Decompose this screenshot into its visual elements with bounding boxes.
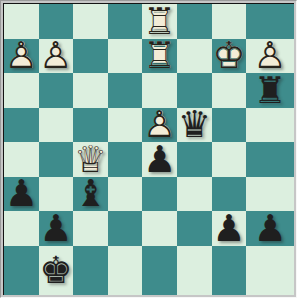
white-rook-outline-icon: ♖ <box>143 39 177 73</box>
black-bishop-icon: ♝ <box>73 177 107 211</box>
black-queen-icon: ♛ <box>177 108 211 142</box>
square-g1[interactable] <box>212 246 247 295</box>
square-c4[interactable]: ♛♕ <box>73 142 108 177</box>
square-a5[interactable] <box>4 108 39 143</box>
white-pawn[interactable]: ♟♙ <box>39 39 73 73</box>
black-pawn-icon: ♟ <box>143 142 177 176</box>
white-pawn-icon: ♟ <box>4 39 38 73</box>
square-c2[interactable] <box>73 211 108 246</box>
square-g2[interactable]: ♟ <box>212 211 247 246</box>
white-pawn-icon: ♟ <box>39 39 73 73</box>
black-pawn-icon: ♟ <box>4 177 38 211</box>
white-rook-icon: ♜ <box>143 39 177 73</box>
square-e2[interactable] <box>142 211 177 246</box>
square-h3[interactable] <box>246 177 294 212</box>
white-queen[interactable]: ♛♕ <box>73 142 107 176</box>
square-g3[interactable] <box>212 177 247 212</box>
square-a6[interactable] <box>4 73 39 108</box>
black-pawn[interactable]: ♟ <box>143 142 177 176</box>
square-d8[interactable] <box>108 4 143 39</box>
chess-board: ♜♖♟♙♟♙♜♖♚♔♟♙♜♟♙♛♛♕♟♟♝♟♟♟♚ <box>4 4 294 295</box>
black-queen[interactable]: ♛ <box>177 108 211 142</box>
square-e5[interactable]: ♟♙ <box>142 108 177 143</box>
square-c6[interactable] <box>73 73 108 108</box>
white-king[interactable]: ♚♔ <box>212 39 246 73</box>
square-f3[interactable] <box>177 177 212 212</box>
black-pawn[interactable]: ♟ <box>212 211 246 245</box>
white-rook[interactable]: ♜♖ <box>143 4 177 38</box>
white-pawn-outline-icon: ♙ <box>4 39 38 73</box>
black-pawn[interactable]: ♟ <box>253 211 287 245</box>
black-pawn-icon: ♟ <box>39 211 73 245</box>
square-b3[interactable] <box>39 177 74 212</box>
square-g4[interactable] <box>212 142 247 177</box>
square-b4[interactable] <box>39 142 74 177</box>
black-pawn[interactable]: ♟ <box>4 177 38 211</box>
white-rook-outline-icon: ♖ <box>143 4 177 38</box>
square-c3[interactable]: ♝ <box>73 177 108 212</box>
white-pawn[interactable]: ♟♙ <box>4 39 38 73</box>
square-g7[interactable]: ♚♔ <box>212 39 247 74</box>
square-a1[interactable] <box>4 246 39 295</box>
square-c1[interactable] <box>73 246 108 295</box>
square-e1[interactable] <box>142 246 177 295</box>
square-c8[interactable] <box>73 4 108 39</box>
square-b8[interactable] <box>39 4 74 39</box>
square-h5[interactable] <box>246 108 294 143</box>
board-inner-frame: ♜♖♟♙♟♙♜♖♚♔♟♙♜♟♙♛♛♕♟♟♝♟♟♟♚ <box>3 3 294 295</box>
white-pawn[interactable]: ♟♙ <box>143 108 177 142</box>
square-e8[interactable]: ♜♖ <box>142 4 177 39</box>
square-b2[interactable]: ♟ <box>39 211 74 246</box>
black-pawn[interactable]: ♟ <box>39 211 73 245</box>
square-f2[interactable] <box>177 211 212 246</box>
square-h7[interactable]: ♟♙ <box>246 39 294 74</box>
square-d6[interactable] <box>108 73 143 108</box>
white-pawn[interactable]: ♟♙ <box>253 39 287 73</box>
black-rook-icon: ♜ <box>253 73 287 107</box>
square-h6[interactable]: ♜ <box>246 73 294 108</box>
square-f1[interactable] <box>177 246 212 295</box>
square-e6[interactable] <box>142 73 177 108</box>
square-b7[interactable]: ♟♙ <box>39 39 74 74</box>
white-queen-icon: ♛ <box>73 142 107 176</box>
square-g6[interactable] <box>212 73 247 108</box>
white-pawn-icon: ♟ <box>253 39 287 73</box>
square-c5[interactable] <box>73 108 108 143</box>
white-pawn-outline-icon: ♙ <box>143 108 177 142</box>
square-b5[interactable] <box>39 108 74 143</box>
square-d5[interactable] <box>108 108 143 143</box>
square-e3[interactable] <box>142 177 177 212</box>
square-d1[interactable] <box>108 246 143 295</box>
square-a4[interactable] <box>4 142 39 177</box>
square-d2[interactable] <box>108 211 143 246</box>
square-a7[interactable]: ♟♙ <box>4 39 39 74</box>
square-d3[interactable] <box>108 177 143 212</box>
square-e4[interactable]: ♟ <box>142 142 177 177</box>
black-pawn-icon: ♟ <box>212 211 246 245</box>
square-h1[interactable] <box>246 246 294 295</box>
black-king-icon: ♚ <box>39 253 73 287</box>
square-f7[interactable] <box>177 39 212 74</box>
square-h2[interactable]: ♟ <box>246 211 294 246</box>
board-frame: ♜♖♟♙♟♙♜♖♚♔♟♙♜♟♙♛♛♕♟♟♝♟♟♟♚ <box>0 0 297 298</box>
square-b1[interactable]: ♚ <box>39 246 74 295</box>
white-queen-outline-icon: ♕ <box>73 142 107 176</box>
white-pawn-outline-icon: ♙ <box>39 39 73 73</box>
square-a2[interactable] <box>4 211 39 246</box>
black-king[interactable]: ♚ <box>39 253 73 287</box>
white-pawn-outline-icon: ♙ <box>253 39 287 73</box>
square-f4[interactable] <box>177 142 212 177</box>
square-e7[interactable]: ♜♖ <box>142 39 177 74</box>
square-f8[interactable] <box>177 4 212 39</box>
square-a8[interactable] <box>4 4 39 39</box>
white-rook-icon: ♜ <box>143 4 177 38</box>
square-h4[interactable] <box>246 142 294 177</box>
square-f5[interactable]: ♛ <box>177 108 212 143</box>
square-g8[interactable] <box>212 4 247 39</box>
black-rook[interactable]: ♜ <box>253 73 287 107</box>
white-rook[interactable]: ♜♖ <box>143 39 177 73</box>
square-c7[interactable] <box>73 39 108 74</box>
square-a3[interactable]: ♟ <box>4 177 39 212</box>
square-g5[interactable] <box>212 108 247 143</box>
white-king-icon: ♚ <box>212 39 246 73</box>
white-pawn-icon: ♟ <box>143 108 177 142</box>
square-d4[interactable] <box>108 142 143 177</box>
black-pawn-icon: ♟ <box>253 211 287 245</box>
white-king-outline-icon: ♔ <box>212 39 246 73</box>
square-d7[interactable] <box>108 39 143 74</box>
square-h8[interactable] <box>246 4 294 39</box>
black-bishop[interactable]: ♝ <box>73 177 107 211</box>
square-f6[interactable] <box>177 73 212 108</box>
square-b6[interactable] <box>39 73 74 108</box>
